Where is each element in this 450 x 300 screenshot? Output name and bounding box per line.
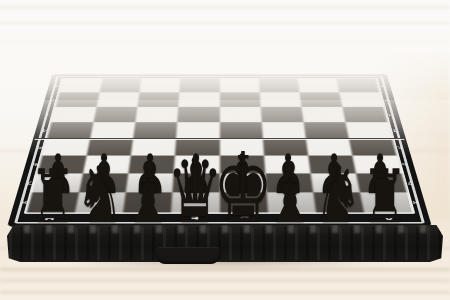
- wood-grain-line: [0, 40, 450, 44]
- piece-black-rook-a8[interactable]: ♜: [362, 159, 408, 233]
- board-square: [99, 79, 141, 93]
- rank-label: 1: [379, 84, 385, 87]
- rank-label: 4: [41, 129, 47, 132]
- board-square: [137, 92, 179, 107]
- piece-black-knight-g8[interactable]: ♞: [76, 155, 125, 233]
- board-square: [345, 122, 391, 138]
- board-square: [297, 79, 339, 93]
- board-square: [139, 79, 180, 93]
- rank-label: 8: [20, 200, 27, 204]
- rank-label: 2: [49, 98, 55, 101]
- board-square: [260, 107, 303, 122]
- wood-grain-line: [0, 291, 450, 294]
- board-square: [135, 107, 178, 122]
- board-square: [93, 107, 137, 122]
- board-square: [96, 92, 139, 107]
- board-square: [178, 92, 219, 107]
- wood-grain-line: [0, 6, 450, 9]
- rank-label: 3: [387, 113, 393, 116]
- board-square: [301, 107, 345, 122]
- piece-black-bishop-c8[interactable]: ♝: [264, 150, 317, 234]
- board-square: [47, 122, 93, 138]
- board-square: [177, 107, 219, 122]
- board-square: [59, 79, 102, 93]
- board-square: [339, 92, 383, 107]
- board-square: [133, 122, 177, 138]
- board-square: [219, 79, 259, 93]
- board-square: [55, 92, 99, 107]
- board-square: [303, 122, 348, 138]
- chess-photo-scene: HGFEDCBA 12345678 12345678 ♟♟♟♟♟♟♟♟♜♞♝♛♚…: [0, 0, 450, 300]
- board-square: [219, 107, 261, 122]
- rank-label: 8: [411, 200, 418, 204]
- piece-black-rook-h8[interactable]: ♜: [30, 159, 76, 233]
- wood-grain-line: [0, 279, 450, 282]
- board-square: [219, 92, 260, 107]
- board-square: [259, 92, 301, 107]
- piece-black-knight-b8[interactable]: ♞: [313, 155, 362, 233]
- rank-label: 4: [391, 129, 397, 132]
- board-square: [179, 79, 219, 93]
- rank-label: 1: [53, 84, 59, 87]
- rank-label: 3: [45, 113, 51, 116]
- rank-label: 2: [383, 98, 389, 101]
- wood-grain-line: [0, 22, 450, 24]
- board-square: [342, 107, 387, 122]
- board-square: [336, 79, 379, 93]
- board-square: [51, 107, 96, 122]
- board-square: [90, 122, 135, 138]
- board-square: [299, 92, 342, 107]
- wood-grain-line: [0, 52, 450, 54]
- board-square: [258, 79, 299, 93]
- base-clasp: [156, 247, 220, 264]
